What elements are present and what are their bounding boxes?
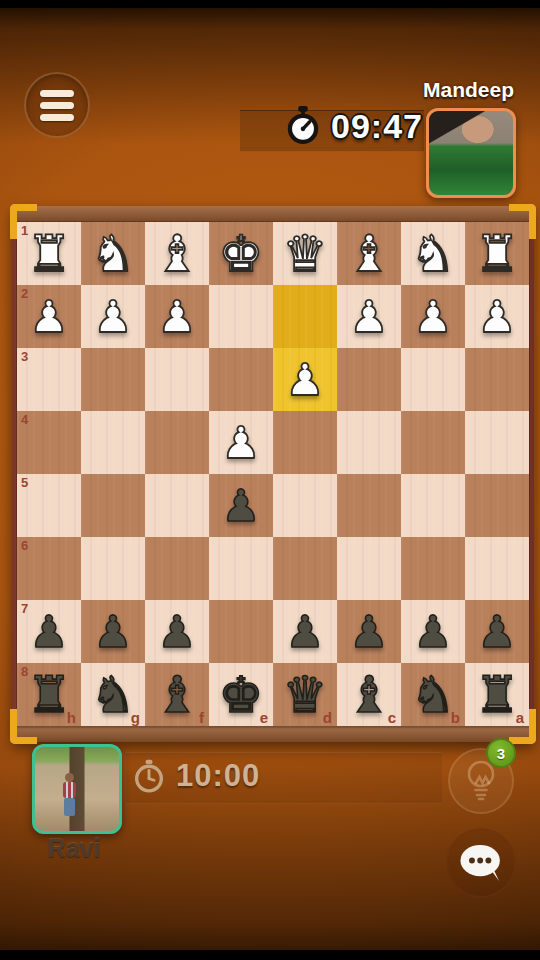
- square-c2[interactable]: ♟: [337, 285, 401, 348]
- square-c5[interactable]: [337, 474, 401, 537]
- white-pawn[interactable]: ♟: [477, 295, 516, 339]
- white-pawn[interactable]: ♟: [349, 295, 388, 339]
- square-d5[interactable]: [273, 474, 337, 537]
- square-g5[interactable]: [81, 474, 145, 537]
- board-corner-gold: [509, 204, 536, 239]
- square-f3[interactable]: [145, 348, 209, 411]
- square-a2[interactable]: ♟: [465, 285, 529, 348]
- square-f6[interactable]: [145, 537, 209, 600]
- black-pawn[interactable]: ♟: [29, 610, 68, 654]
- square-a4[interactable]: [465, 411, 529, 474]
- square-c8[interactable]: c♝: [337, 663, 401, 726]
- menu-button[interactable]: [24, 72, 90, 138]
- rank-label-4: 4: [21, 412, 28, 427]
- square-g7[interactable]: ♟: [81, 600, 145, 663]
- square-b5[interactable]: [401, 474, 465, 537]
- square-a7[interactable]: ♟: [465, 600, 529, 663]
- square-e2[interactable]: [209, 285, 273, 348]
- white-knight[interactable]: ♞: [91, 229, 136, 279]
- square-d8[interactable]: d♛: [273, 663, 337, 726]
- stopwatch-icon: [284, 106, 322, 146]
- square-f1[interactable]: ♝: [145, 222, 209, 285]
- square-h4[interactable]: 4: [17, 411, 81, 474]
- hint-count-badge: 3: [486, 738, 516, 768]
- black-king[interactable]: ♚: [219, 670, 264, 720]
- black-queen[interactable]: ♛: [283, 670, 328, 720]
- board-grid: 1♜♞♝♚♛♝♞♜2♟♟♟♟♟♟3♟4♟5♟67♟♟♟♟♟♟♟8h♜g♞f♝e♚…: [17, 222, 529, 726]
- black-pawn[interactable]: ♟: [413, 610, 452, 654]
- square-f4[interactable]: [145, 411, 209, 474]
- square-h5[interactable]: 5: [17, 474, 81, 537]
- opponent-timer-value: 09:47: [331, 107, 423, 146]
- square-b7[interactable]: ♟: [401, 600, 465, 663]
- bottom-letterbox-bar: [0, 950, 540, 960]
- white-pawn[interactable]: ♟: [93, 295, 132, 339]
- square-a6[interactable]: [465, 537, 529, 600]
- square-d1[interactable]: ♛: [273, 222, 337, 285]
- board-corner-gold: [509, 709, 536, 744]
- square-e3[interactable]: [209, 348, 273, 411]
- square-f2[interactable]: ♟: [145, 285, 209, 348]
- square-b8[interactable]: b♞: [401, 663, 465, 726]
- square-b4[interactable]: [401, 411, 465, 474]
- white-pawn[interactable]: ♟: [221, 421, 260, 465]
- white-pawn[interactable]: ♟: [413, 295, 452, 339]
- board-frame-bottom: [12, 726, 534, 742]
- clock-icon: [132, 758, 166, 794]
- square-d6[interactable]: [273, 537, 337, 600]
- black-bishop[interactable]: ♝: [155, 670, 200, 720]
- square-e5[interactable]: ♟: [209, 474, 273, 537]
- white-bishop[interactable]: ♝: [347, 229, 392, 279]
- square-g4[interactable]: [81, 411, 145, 474]
- white-bishop[interactable]: ♝: [155, 229, 200, 279]
- opponent-avatar[interactable]: [426, 108, 516, 198]
- player-avatar[interactable]: [32, 744, 122, 834]
- board-frame-top: [12, 206, 534, 222]
- square-e4[interactable]: ♟: [209, 411, 273, 474]
- black-pawn[interactable]: ♟: [477, 610, 516, 654]
- rank-label-3: 3: [21, 349, 28, 364]
- rank-label-5: 5: [21, 475, 28, 490]
- square-c6[interactable]: [337, 537, 401, 600]
- square-h7[interactable]: 7♟: [17, 600, 81, 663]
- square-e1[interactable]: ♚: [209, 222, 273, 285]
- square-c1[interactable]: ♝: [337, 222, 401, 285]
- white-queen[interactable]: ♛: [283, 229, 328, 279]
- square-b6[interactable]: [401, 537, 465, 600]
- square-a5[interactable]: [465, 474, 529, 537]
- player-name: Ravi: [24, 834, 124, 863]
- square-e6[interactable]: [209, 537, 273, 600]
- black-pawn[interactable]: ♟: [157, 610, 196, 654]
- square-d7[interactable]: ♟: [273, 600, 337, 663]
- black-knight[interactable]: ♞: [91, 670, 136, 720]
- player-timer-value: 10:00: [176, 758, 260, 794]
- player-timer: 10:00: [132, 758, 260, 794]
- chat-bubble-icon: [456, 840, 506, 886]
- white-pawn[interactable]: ♟: [29, 295, 68, 339]
- white-pawn[interactable]: ♟: [285, 358, 324, 402]
- square-d3[interactable]: ♟: [273, 348, 337, 411]
- square-c3[interactable]: [337, 348, 401, 411]
- square-g3[interactable]: [81, 348, 145, 411]
- square-b1[interactable]: ♞: [401, 222, 465, 285]
- square-e7[interactable]: [209, 600, 273, 663]
- board-corner-gold: [10, 204, 37, 239]
- board-corner-gold: [10, 709, 37, 744]
- square-g2[interactable]: ♟: [81, 285, 145, 348]
- square-a3[interactable]: [465, 348, 529, 411]
- square-f8[interactable]: f♝: [145, 663, 209, 726]
- white-pawn[interactable]: ♟: [157, 295, 196, 339]
- square-g8[interactable]: g♞: [81, 663, 145, 726]
- square-b2[interactable]: ♟: [401, 285, 465, 348]
- square-h3[interactable]: 3: [17, 348, 81, 411]
- square-g6[interactable]: [81, 537, 145, 600]
- black-bishop[interactable]: ♝: [347, 670, 392, 720]
- square-f7[interactable]: ♟: [145, 600, 209, 663]
- square-c7[interactable]: ♟: [337, 600, 401, 663]
- black-pawn[interactable]: ♟: [349, 610, 388, 654]
- opponent-name: Mandeep: [423, 78, 514, 102]
- square-b3[interactable]: [401, 348, 465, 411]
- chess-board: 1♜♞♝♚♛♝♞♜2♟♟♟♟♟♟3♟4♟5♟67♟♟♟♟♟♟♟8h♜g♞f♝e♚…: [12, 206, 534, 742]
- rank-label-7: 7: [21, 601, 28, 616]
- chat-button[interactable]: [446, 828, 516, 898]
- white-king[interactable]: ♚: [219, 229, 264, 279]
- game-screen: Mandeep 09:47 1♜♞♝♚♛♝♞♜2♟♟♟♟♟♟3♟4♟5♟67♟♟…: [0, 0, 540, 960]
- square-d2[interactable]: [273, 285, 337, 348]
- player-avatar-figure: [61, 773, 77, 817]
- opponent-timer: 09:47: [284, 106, 423, 146]
- black-pawn[interactable]: ♟: [221, 484, 260, 528]
- rank-label-6: 6: [21, 538, 28, 553]
- square-f5[interactable]: [145, 474, 209, 537]
- square-d4[interactable]: [273, 411, 337, 474]
- square-g1[interactable]: ♞: [81, 222, 145, 285]
- square-e8[interactable]: e♚: [209, 663, 273, 726]
- black-pawn[interactable]: ♟: [285, 610, 324, 654]
- square-h6[interactable]: 6: [17, 537, 81, 600]
- white-knight[interactable]: ♞: [411, 229, 456, 279]
- square-h2[interactable]: 2♟: [17, 285, 81, 348]
- black-knight[interactable]: ♞: [411, 670, 456, 720]
- black-pawn[interactable]: ♟: [93, 610, 132, 654]
- rank-label-2: 2: [21, 286, 28, 301]
- top-letterbox-bar: [0, 0, 540, 8]
- file-label-f: f: [199, 709, 204, 726]
- square-c4[interactable]: [337, 411, 401, 474]
